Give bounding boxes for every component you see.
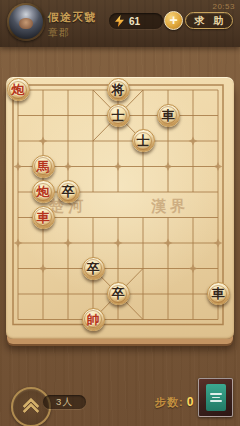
steps-counter: 步数: 0 [155, 395, 193, 410]
header-bar: 假途灭虢 章郡 20:53 61 + 求 助 [0, 0, 240, 47]
ad-text-line [212, 397, 220, 399]
piece-black-士[interactable]: 士 [107, 104, 130, 127]
add-energy-button[interactable]: + [164, 11, 183, 30]
energy-pill: 61 [109, 13, 163, 29]
player-name: 假途灭虢 [48, 10, 96, 25]
piece-black-将[interactable]: 将 [107, 78, 130, 101]
piece-black-卒[interactable]: 卒 [57, 180, 80, 203]
ad-thumbnail[interactable] [198, 378, 233, 417]
steps-value: 0 [187, 395, 194, 409]
players-count-badge: 3人 [43, 395, 86, 409]
player-region: 章郡 [48, 26, 70, 40]
ad-card-image [206, 384, 226, 411]
ad-text-line [210, 400, 222, 402]
player-avatar[interactable] [7, 3, 45, 41]
piece-red-炮[interactable]: 炮 [32, 180, 55, 203]
piece-red-馬[interactable]: 馬 [32, 155, 55, 178]
piece-black-卒[interactable]: 卒 [107, 282, 130, 305]
piece-red-帥[interactable]: 帥 [82, 308, 105, 331]
energy-value: 61 [129, 16, 140, 27]
ad-text-line [210, 393, 222, 395]
piece-black-車[interactable]: 車 [157, 104, 180, 127]
help-button[interactable]: 求 助 [185, 12, 233, 29]
lightning-icon [115, 15, 124, 27]
avatar-portrait [9, 5, 43, 39]
piece-black-士[interactable]: 士 [132, 129, 155, 152]
piece-red-車[interactable]: 車 [32, 206, 55, 229]
steps-label: 步数: [155, 395, 184, 410]
piece-black-車[interactable]: 車 [207, 282, 230, 305]
clock-time: 20:53 [212, 2, 235, 11]
piece-black-卒[interactable]: 卒 [82, 257, 105, 280]
game-screen: 假途灭虢 章郡 20:53 61 + 求 助 楚河 漢界 炮将士車士馬炮卒車卒卒… [0, 0, 240, 426]
piece-red-炮[interactable]: 炮 [7, 78, 30, 101]
